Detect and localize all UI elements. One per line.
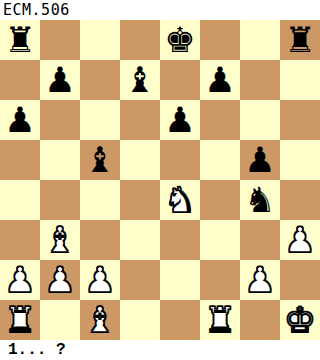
square-e2[interactable] xyxy=(160,260,200,300)
piece-white-rook: ♜ xyxy=(204,303,235,338)
square-f4[interactable] xyxy=(200,180,240,220)
square-f6[interactable] xyxy=(200,100,240,140)
piece-white-pawn: ♟ xyxy=(244,263,275,298)
chess-board: ♜♚♜♟♝♟♟♟♝♟♞♞♝♟♟♟♟♟♜♝♜♚ xyxy=(0,20,320,340)
square-d6[interactable] xyxy=(120,100,160,140)
square-b4[interactable] xyxy=(40,180,80,220)
move-prompt: 1... ? xyxy=(0,340,320,360)
square-b6[interactable] xyxy=(40,100,80,140)
square-a7[interactable] xyxy=(0,60,40,100)
square-a8[interactable]: ♜ xyxy=(0,20,40,60)
square-g3[interactable] xyxy=(240,220,280,260)
square-f1[interactable]: ♜ xyxy=(200,300,240,340)
square-d4[interactable] xyxy=(120,180,160,220)
square-f5[interactable] xyxy=(200,140,240,180)
square-g5[interactable]: ♟ xyxy=(240,140,280,180)
piece-black-knight: ♞ xyxy=(244,183,275,218)
square-f2[interactable] xyxy=(200,260,240,300)
square-d3[interactable] xyxy=(120,220,160,260)
square-b7[interactable]: ♟ xyxy=(40,60,80,100)
square-a1[interactable]: ♜ xyxy=(0,300,40,340)
square-a6[interactable]: ♟ xyxy=(0,100,40,140)
piece-white-pawn: ♟ xyxy=(4,263,35,298)
square-b8[interactable] xyxy=(40,20,80,60)
square-c3[interactable] xyxy=(80,220,120,260)
piece-black-pawn: ♟ xyxy=(4,103,35,138)
square-e5[interactable] xyxy=(160,140,200,180)
square-b3[interactable]: ♝ xyxy=(40,220,80,260)
square-h3[interactable]: ♟ xyxy=(280,220,320,260)
square-h4[interactable] xyxy=(280,180,320,220)
piece-white-pawn: ♟ xyxy=(284,223,315,258)
square-d2[interactable] xyxy=(120,260,160,300)
piece-white-pawn: ♟ xyxy=(84,263,115,298)
square-c4[interactable] xyxy=(80,180,120,220)
square-h5[interactable] xyxy=(280,140,320,180)
piece-white-bishop: ♝ xyxy=(44,223,75,258)
square-f7[interactable]: ♟ xyxy=(200,60,240,100)
square-b2[interactable]: ♟ xyxy=(40,260,80,300)
square-c2[interactable]: ♟ xyxy=(80,260,120,300)
piece-black-bishop: ♝ xyxy=(84,143,115,178)
square-d8[interactable] xyxy=(120,20,160,60)
piece-black-rook: ♜ xyxy=(4,23,35,58)
square-c1[interactable]: ♝ xyxy=(80,300,120,340)
square-a2[interactable]: ♟ xyxy=(0,260,40,300)
square-h2[interactable] xyxy=(280,260,320,300)
square-g6[interactable] xyxy=(240,100,280,140)
square-f8[interactable] xyxy=(200,20,240,60)
square-c5[interactable]: ♝ xyxy=(80,140,120,180)
square-b5[interactable] xyxy=(40,140,80,180)
square-g1[interactable] xyxy=(240,300,280,340)
square-h7[interactable] xyxy=(280,60,320,100)
square-f3[interactable] xyxy=(200,220,240,260)
piece-black-king: ♚ xyxy=(164,23,195,58)
square-b1[interactable] xyxy=(40,300,80,340)
piece-white-rook: ♜ xyxy=(4,303,35,338)
square-c7[interactable] xyxy=(80,60,120,100)
piece-black-rook: ♜ xyxy=(284,23,315,58)
piece-black-pawn: ♟ xyxy=(164,103,195,138)
square-e8[interactable]: ♚ xyxy=(160,20,200,60)
square-g4[interactable]: ♞ xyxy=(240,180,280,220)
square-c6[interactable] xyxy=(80,100,120,140)
piece-black-pawn: ♟ xyxy=(44,63,75,98)
piece-white-bishop: ♝ xyxy=(84,303,115,338)
square-h6[interactable] xyxy=(280,100,320,140)
square-h1[interactable]: ♚ xyxy=(280,300,320,340)
piece-black-bishop: ♝ xyxy=(124,63,155,98)
square-c8[interactable] xyxy=(80,20,120,60)
piece-black-pawn: ♟ xyxy=(244,143,275,178)
puzzle-id: ECM.506 xyxy=(0,0,320,20)
piece-white-pawn: ♟ xyxy=(44,263,75,298)
square-a4[interactable] xyxy=(0,180,40,220)
square-e1[interactable] xyxy=(160,300,200,340)
square-e4[interactable]: ♞ xyxy=(160,180,200,220)
square-d1[interactable] xyxy=(120,300,160,340)
square-e6[interactable]: ♟ xyxy=(160,100,200,140)
square-e7[interactable] xyxy=(160,60,200,100)
square-d7[interactable]: ♝ xyxy=(120,60,160,100)
piece-white-king: ♚ xyxy=(284,303,315,338)
square-g7[interactable] xyxy=(240,60,280,100)
square-a3[interactable] xyxy=(0,220,40,260)
square-h8[interactable]: ♜ xyxy=(280,20,320,60)
piece-black-pawn: ♟ xyxy=(204,63,235,98)
square-g2[interactable]: ♟ xyxy=(240,260,280,300)
square-e3[interactable] xyxy=(160,220,200,260)
square-d5[interactable] xyxy=(120,140,160,180)
square-g8[interactable] xyxy=(240,20,280,60)
chess-app: ECM.506 ♜♚♜♟♝♟♟♟♝♟♞♞♝♟♟♟♟♟♜♝♜♚ 1... ? xyxy=(0,0,320,360)
square-a5[interactable] xyxy=(0,140,40,180)
piece-white-knight: ♞ xyxy=(164,183,195,218)
